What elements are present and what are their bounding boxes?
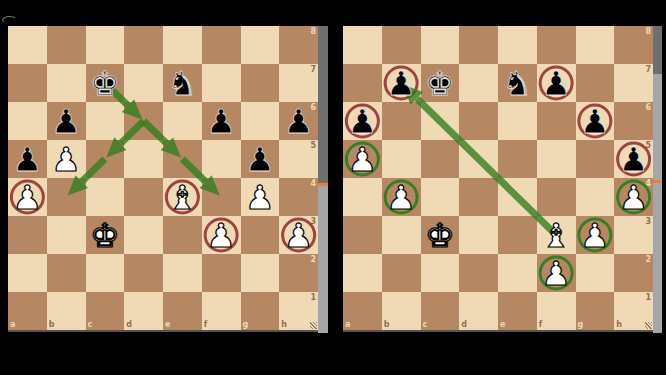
white-pawn-g4[interactable]: ♟ (241, 178, 280, 216)
square-c5[interactable] (421, 140, 460, 178)
coord-rank-8: 8 (310, 28, 316, 36)
square-c8[interactable] (86, 26, 125, 64)
white-pawn-b4[interactable]: ♟ (382, 178, 421, 216)
square-e3[interactable] (163, 216, 202, 254)
white-pawn-h4[interactable]: ♟ (614, 178, 653, 216)
chess-board-left[interactable]: 8765432abcdefgh1 ♚♞♟♟♟♟♟♟♟♝♟♚♟♟ (8, 26, 318, 330)
white-king-c3[interactable]: ♚ (421, 216, 460, 254)
square-g2[interactable] (576, 254, 615, 292)
square-g4[interactable] (576, 178, 615, 216)
scrollbar-thumb[interactable] (318, 26, 328, 183)
coord-file-d: d (461, 321, 467, 329)
square-f5[interactable] (537, 140, 576, 178)
coord-file-c: c (423, 321, 428, 329)
square-f1[interactable]: f (202, 292, 241, 330)
square-d3[interactable] (124, 216, 163, 254)
coord-rank-3: 3 (645, 218, 651, 226)
black-pawn-g6[interactable]: ♟ (576, 102, 615, 140)
black-pawn-h6[interactable]: ♟ (279, 102, 318, 140)
square-a2[interactable] (343, 254, 382, 292)
square-f7[interactable] (202, 64, 241, 102)
square-a7[interactable] (8, 64, 47, 102)
square-h4[interactable]: 4 (279, 178, 318, 216)
screen-capture-artifact (2, 16, 17, 24)
square-h8[interactable]: 8 (614, 26, 653, 64)
square-e8[interactable] (163, 26, 202, 64)
white-pawn-g3[interactable]: ♟ (576, 216, 615, 254)
square-b6[interactable] (382, 102, 421, 140)
square-a7[interactable] (343, 64, 382, 102)
board-bottom-edge (343, 330, 653, 332)
square-e6[interactable] (163, 102, 202, 140)
square-d6[interactable] (124, 102, 163, 140)
square-d7[interactable] (124, 64, 163, 102)
square-c8[interactable] (421, 26, 460, 64)
coord-file-b: b (384, 321, 390, 329)
coord-rank-7: 7 (310, 66, 316, 74)
square-d1[interactable]: d (124, 292, 163, 330)
white-pawn-b5[interactable]: ♟ (47, 140, 86, 178)
square-h2[interactable]: 2 (614, 254, 653, 292)
square-b7[interactable] (47, 64, 86, 102)
square-d8[interactable] (124, 26, 163, 64)
coord-file-a: a (10, 321, 15, 329)
black-knight-e7[interactable]: ♞ (498, 64, 537, 102)
square-h2[interactable]: 2 (279, 254, 318, 292)
square-f8[interactable] (537, 26, 576, 64)
square-f2[interactable] (202, 254, 241, 292)
square-d8[interactable] (459, 26, 498, 64)
square-e2[interactable] (498, 254, 537, 292)
square-a4[interactable] (343, 178, 382, 216)
square-b3[interactable] (47, 216, 86, 254)
square-f4[interactable] (202, 178, 241, 216)
square-b2[interactable] (382, 254, 421, 292)
square-d3[interactable] (459, 216, 498, 254)
black-pawn-a6[interactable]: ♟ (343, 102, 382, 140)
scrollbar-thumb[interactable] (653, 26, 662, 74)
square-d5[interactable] (459, 140, 498, 178)
square-a3[interactable] (8, 216, 47, 254)
coord-file-f: f (204, 321, 207, 329)
square-g3[interactable] (241, 216, 280, 254)
square-b5[interactable] (382, 140, 421, 178)
coord-rank-8: 8 (645, 28, 651, 36)
square-a8[interactable] (343, 26, 382, 64)
square-h6[interactable]: 6 (614, 102, 653, 140)
square-f5[interactable] (202, 140, 241, 178)
coord-rank-6: 6 (645, 104, 651, 112)
scrollbar-left[interactable] (318, 26, 328, 333)
black-king-c7[interactable]: ♚ (86, 64, 125, 102)
black-king-c7[interactable]: ♚ (421, 64, 460, 102)
square-e1[interactable]: e (163, 292, 202, 330)
square-b1[interactable]: b (47, 292, 86, 330)
scrollbar-highlight-mark (653, 180, 662, 183)
square-c1[interactable]: c (86, 292, 125, 330)
coord-file-b: b (49, 321, 55, 329)
square-g7[interactable] (241, 64, 280, 102)
black-pawn-g5[interactable]: ♟ (241, 140, 280, 178)
square-d7[interactable] (459, 64, 498, 102)
coord-rank-1: 1 (645, 294, 651, 302)
square-d2[interactable] (124, 254, 163, 292)
chess-board-right[interactable]: 8765432abcdefgh1 ♟♚♞♟♟♟♟♟♟♟♚♝♟♟ (343, 26, 653, 330)
square-d2[interactable] (459, 254, 498, 292)
square-h3[interactable]: 3 (614, 216, 653, 254)
square-a8[interactable] (8, 26, 47, 64)
black-pawn-h5[interactable]: ♟ (614, 140, 653, 178)
square-e2[interactable] (163, 254, 202, 292)
coord-file-d: d (126, 321, 132, 329)
square-d1[interactable]: d (459, 292, 498, 330)
square-b2[interactable] (47, 254, 86, 292)
square-d4[interactable] (124, 178, 163, 216)
square-b4[interactable] (47, 178, 86, 216)
square-g1[interactable]: g (576, 292, 615, 330)
square-g5[interactable] (576, 140, 615, 178)
resize-handle-icon[interactable] (310, 322, 317, 329)
square-f1[interactable]: f (537, 292, 576, 330)
square-b3[interactable] (382, 216, 421, 254)
coord-rank-7: 7 (645, 66, 651, 74)
square-h7[interactable]: 7 (279, 64, 318, 102)
coord-rank-1: 1 (310, 294, 316, 302)
square-f6[interactable] (537, 102, 576, 140)
coord-file-f: f (539, 321, 542, 329)
square-c4[interactable] (421, 178, 460, 216)
square-e3[interactable] (498, 216, 537, 254)
black-pawn-f6[interactable]: ♟ (202, 102, 241, 140)
square-a2[interactable] (8, 254, 47, 292)
white-bishop-e4[interactable]: ♝ (163, 178, 202, 216)
page-background: { "game": "chess", "position": { "left_b… (0, 0, 666, 375)
square-e5[interactable] (163, 140, 202, 178)
coord-file-h: h (616, 321, 622, 329)
coord-rank-4: 4 (310, 180, 316, 188)
square-e5[interactable] (498, 140, 537, 178)
square-b8[interactable] (47, 26, 86, 64)
white-king-c3[interactable]: ♚ (86, 216, 125, 254)
black-pawn-a5[interactable]: ♟ (8, 140, 47, 178)
white-pawn-h3[interactable]: ♟ (279, 216, 318, 254)
square-d6[interactable] (459, 102, 498, 140)
black-knight-e7[interactable]: ♞ (163, 64, 202, 102)
square-a1[interactable]: a (343, 292, 382, 330)
square-f8[interactable] (202, 26, 241, 64)
coord-file-a: a (345, 321, 350, 329)
coord-file-e: e (500, 321, 505, 329)
scrollbar-highlight-mark (318, 183, 328, 186)
square-f4[interactable] (537, 178, 576, 216)
square-h7[interactable]: 7 (614, 64, 653, 102)
square-c4[interactable] (86, 178, 125, 216)
square-g7[interactable] (576, 64, 615, 102)
square-d5[interactable] (124, 140, 163, 178)
square-c2[interactable] (421, 254, 460, 292)
square-a3[interactable] (343, 216, 382, 254)
square-h5[interactable]: 5 (279, 140, 318, 178)
square-g6[interactable] (241, 102, 280, 140)
square-c6[interactable] (421, 102, 460, 140)
black-pawn-b6[interactable]: ♟ (47, 102, 86, 140)
coord-file-c: c (88, 321, 93, 329)
white-pawn-f2[interactable]: ♟ (537, 254, 576, 292)
scrollbar-right[interactable] (653, 26, 662, 333)
square-a6[interactable] (8, 102, 47, 140)
square-c6[interactable] (86, 102, 125, 140)
coord-file-g: g (243, 321, 249, 329)
square-e1[interactable]: e (498, 292, 537, 330)
square-e8[interactable] (498, 26, 537, 64)
coord-rank-2: 2 (310, 256, 316, 264)
coord-file-g: g (578, 321, 584, 329)
black-pawn-b7[interactable]: ♟ (382, 64, 421, 102)
white-pawn-a4[interactable]: ♟ (8, 178, 47, 216)
black-pawn-f7[interactable]: ♟ (537, 64, 576, 102)
square-b1[interactable]: b (382, 292, 421, 330)
square-a1[interactable]: a (8, 292, 47, 330)
square-c1[interactable]: c (421, 292, 460, 330)
square-g8[interactable] (576, 26, 615, 64)
square-e6[interactable] (498, 102, 537, 140)
resize-handle-icon[interactable] (645, 322, 652, 329)
white-pawn-f3[interactable]: ♟ (202, 216, 241, 254)
square-c5[interactable] (86, 140, 125, 178)
square-b8[interactable] (382, 26, 421, 64)
white-pawn-a5[interactable]: ♟ (343, 140, 382, 178)
square-h8[interactable]: 8 (279, 26, 318, 64)
square-g8[interactable] (241, 26, 280, 64)
coord-rank-2: 2 (645, 256, 651, 264)
square-g1[interactable]: g (241, 292, 280, 330)
white-bishop-f3[interactable]: ♝ (537, 216, 576, 254)
coord-rank-5: 5 (310, 142, 316, 150)
coord-file-e: e (165, 321, 170, 329)
square-d4[interactable] (459, 178, 498, 216)
coord-file-h: h (281, 321, 287, 329)
square-c2[interactable] (86, 254, 125, 292)
square-g2[interactable] (241, 254, 280, 292)
square-e4[interactable] (498, 178, 537, 216)
board-bottom-edge (8, 330, 318, 332)
